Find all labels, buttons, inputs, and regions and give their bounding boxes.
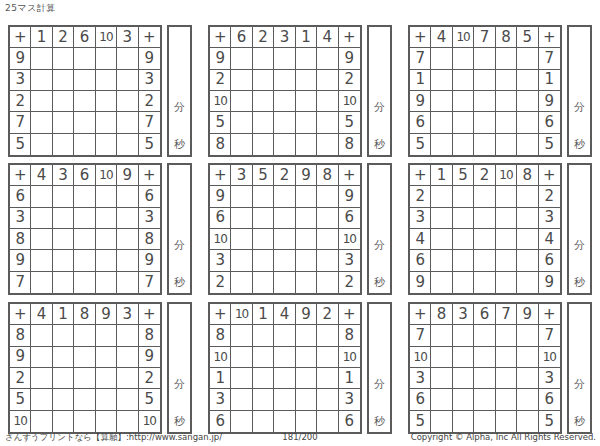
answer-cell bbox=[474, 134, 495, 155]
row-header-cell: 7 bbox=[410, 325, 431, 346]
answer-cell bbox=[253, 186, 274, 207]
answer-cell bbox=[253, 411, 274, 432]
timer-box-4: 分秒 bbox=[167, 163, 192, 295]
top-header-cell: 10 bbox=[496, 165, 517, 186]
answer-cell bbox=[74, 112, 95, 133]
timer-minutes-label: 分 bbox=[369, 238, 390, 253]
answer-cell bbox=[96, 208, 117, 229]
row-header-right-cell: 6 bbox=[539, 389, 560, 410]
calc-grid-1: +126103+9933227755 bbox=[8, 25, 162, 157]
answer-cell bbox=[453, 91, 474, 112]
calc-block-1: +126103+9933227755分秒 bbox=[8, 25, 192, 157]
answer-cell bbox=[517, 250, 538, 271]
row-header-right-cell: 7 bbox=[139, 272, 160, 293]
row-header-right-cell: 10 bbox=[339, 91, 360, 112]
top-header-cell: 2 bbox=[474, 165, 495, 186]
row-header-cell: 2 bbox=[10, 368, 31, 389]
answer-cell bbox=[53, 70, 74, 91]
answer-cell bbox=[474, 48, 495, 69]
answer-cell bbox=[31, 272, 52, 293]
answer-cell bbox=[253, 208, 274, 229]
answer-cell bbox=[53, 411, 74, 432]
answer-cell bbox=[96, 91, 117, 112]
answer-cell bbox=[474, 347, 495, 368]
top-header-cell: 9 bbox=[296, 165, 317, 186]
answer-cell bbox=[517, 91, 538, 112]
calc-block-3: +410785+7711996655分秒 bbox=[408, 25, 592, 157]
answer-cell bbox=[53, 272, 74, 293]
row-header-cell: 2 bbox=[210, 272, 231, 293]
top-header-cell: 5 bbox=[453, 165, 474, 186]
row-header-cell: 2 bbox=[410, 186, 431, 207]
answer-cell bbox=[474, 411, 495, 432]
answer-cell bbox=[453, 229, 474, 250]
answer-cell bbox=[74, 368, 95, 389]
answer-cell bbox=[253, 368, 274, 389]
row-header-cell: 8 bbox=[10, 325, 31, 346]
answer-cell bbox=[474, 250, 495, 271]
answer-cell bbox=[117, 48, 138, 69]
top-header-cell: 7 bbox=[474, 27, 495, 48]
answer-cell bbox=[274, 48, 295, 69]
answer-cell bbox=[431, 325, 452, 346]
row-header-right-cell: 5 bbox=[139, 389, 160, 410]
answer-cell bbox=[74, 347, 95, 368]
top-header-cell: 1 bbox=[431, 165, 452, 186]
answer-cell bbox=[453, 411, 474, 432]
top-header-cell: 2 bbox=[274, 165, 295, 186]
answer-cell bbox=[74, 208, 95, 229]
answer-cell bbox=[431, 389, 452, 410]
row-header-right-cell: 7 bbox=[539, 325, 560, 346]
answer-cell bbox=[74, 91, 95, 112]
answer-cell bbox=[96, 134, 117, 155]
top-header-cell: 5 bbox=[253, 165, 274, 186]
answer-cell bbox=[231, 91, 252, 112]
top-header-cell: 2 bbox=[53, 27, 74, 48]
answer-cell bbox=[274, 91, 295, 112]
answer-cell bbox=[231, 250, 252, 271]
answer-cell bbox=[474, 325, 495, 346]
operator-cell: + bbox=[410, 304, 431, 325]
footer-copyright: Copyright © Alpha, Inc All Rights Reserv… bbox=[411, 432, 596, 442]
answer-cell bbox=[96, 389, 117, 410]
timer-seconds-label: 秒 bbox=[569, 414, 590, 429]
answer-cell bbox=[231, 389, 252, 410]
calc-grid-4: +436109+6633889977 bbox=[8, 163, 162, 295]
answer-cell bbox=[274, 229, 295, 250]
row-header-cell: 2 bbox=[10, 91, 31, 112]
row-header-right-cell: 2 bbox=[139, 91, 160, 112]
answer-cell bbox=[274, 250, 295, 271]
answer-cell bbox=[317, 208, 338, 229]
timer-minutes-label: 分 bbox=[569, 377, 590, 392]
row-header-right-cell: 9 bbox=[339, 186, 360, 207]
answer-cell bbox=[31, 112, 52, 133]
answer-cell bbox=[296, 134, 317, 155]
answer-cell bbox=[431, 112, 452, 133]
calc-grid-2: +62314+992210105588 bbox=[208, 25, 362, 157]
row-header-right-cell: 6 bbox=[539, 250, 560, 271]
answer-cell bbox=[496, 112, 517, 133]
top-header-cell: 5 bbox=[517, 27, 538, 48]
calc-grid-7: +41893+889922551010 bbox=[8, 302, 162, 434]
row-header-right-cell: 8 bbox=[339, 134, 360, 155]
answer-cell bbox=[53, 347, 74, 368]
row-header-cell: 6 bbox=[10, 186, 31, 207]
answer-cell bbox=[253, 389, 274, 410]
row-header-cell: 6 bbox=[210, 411, 231, 432]
row-header-right-cell: 10 bbox=[139, 411, 160, 432]
timer-seconds-label: 秒 bbox=[169, 137, 190, 152]
row-header-right-cell: 9 bbox=[539, 272, 560, 293]
answer-cell bbox=[274, 186, 295, 207]
top-header-cell: 6 bbox=[74, 27, 95, 48]
top-header-cell: 6 bbox=[474, 304, 495, 325]
answer-cell bbox=[496, 91, 517, 112]
top-header-cell: 4 bbox=[317, 27, 338, 48]
answer-cell bbox=[96, 411, 117, 432]
answer-cell bbox=[431, 411, 452, 432]
answer-cell bbox=[253, 325, 274, 346]
row-header-right-cell: 7 bbox=[139, 112, 160, 133]
answer-cell bbox=[453, 272, 474, 293]
answer-cell bbox=[296, 186, 317, 207]
top-header-cell: 1 bbox=[296, 27, 317, 48]
answer-cell bbox=[53, 208, 74, 229]
top-header-cell: 3 bbox=[53, 165, 74, 186]
answer-cell bbox=[431, 48, 452, 69]
answer-cell bbox=[474, 368, 495, 389]
answer-cell bbox=[274, 389, 295, 410]
operator-cell: + bbox=[139, 165, 160, 186]
timer-box-7: 分秒 bbox=[167, 302, 192, 434]
calc-grid-9: +83679+771010336655 bbox=[408, 302, 562, 434]
top-header-cell: 4 bbox=[431, 27, 452, 48]
top-header-cell: 8 bbox=[431, 304, 452, 325]
row-header-cell: 5 bbox=[210, 112, 231, 133]
answer-cell bbox=[496, 229, 517, 250]
answer-cell bbox=[231, 186, 252, 207]
answer-cell bbox=[496, 368, 517, 389]
answer-cell bbox=[31, 186, 52, 207]
timer-seconds-label: 秒 bbox=[369, 137, 390, 152]
calc-grid-5: +35298+996610103322 bbox=[208, 163, 362, 295]
answer-cell bbox=[74, 272, 95, 293]
answer-cell bbox=[317, 112, 338, 133]
answer-cell bbox=[431, 368, 452, 389]
answer-cell bbox=[296, 389, 317, 410]
timer-seconds-label: 秒 bbox=[569, 275, 590, 290]
answer-cell bbox=[253, 112, 274, 133]
answer-cell bbox=[231, 134, 252, 155]
row-header-cell: 9 bbox=[210, 186, 231, 207]
answer-cell bbox=[296, 272, 317, 293]
answer-cell bbox=[496, 411, 517, 432]
answer-cell bbox=[431, 208, 452, 229]
answer-cell bbox=[31, 91, 52, 112]
row-header-cell: 5 bbox=[410, 411, 431, 432]
top-header-cell: 7 bbox=[496, 304, 517, 325]
timer-box-5: 分秒 bbox=[367, 163, 392, 295]
row-header-right-cell: 5 bbox=[539, 411, 560, 432]
answer-cell bbox=[453, 325, 474, 346]
answer-cell bbox=[53, 250, 74, 271]
top-header-cell: 10 bbox=[96, 165, 117, 186]
answer-cell bbox=[274, 112, 295, 133]
answer-cell bbox=[317, 70, 338, 91]
answer-cell bbox=[274, 208, 295, 229]
answer-cell bbox=[231, 208, 252, 229]
row-header-cell: 6 bbox=[210, 208, 231, 229]
row-header-cell: 1 bbox=[410, 70, 431, 91]
top-header-cell: 8 bbox=[317, 165, 338, 186]
answer-cell bbox=[274, 134, 295, 155]
answer-cell bbox=[253, 347, 274, 368]
row-header-cell: 3 bbox=[10, 208, 31, 229]
answer-cell bbox=[274, 272, 295, 293]
row-header-cell: 7 bbox=[10, 272, 31, 293]
row-header-cell: 5 bbox=[10, 134, 31, 155]
row-header-right-cell: 5 bbox=[139, 134, 160, 155]
footer-site-credit: さんすうプリントなら【算願】:http://www.sangan.jp/ bbox=[5, 432, 222, 444]
answer-cell bbox=[517, 208, 538, 229]
row-header-right-cell: 3 bbox=[339, 389, 360, 410]
answer-cell bbox=[431, 134, 452, 155]
answer-cell bbox=[296, 347, 317, 368]
row-header-cell: 6 bbox=[410, 250, 431, 271]
row-header-right-cell: 3 bbox=[539, 208, 560, 229]
top-header-cell: 6 bbox=[74, 165, 95, 186]
row-header-cell: 7 bbox=[410, 48, 431, 69]
answer-cell bbox=[117, 229, 138, 250]
row-header-cell: 3 bbox=[10, 70, 31, 91]
answer-cell bbox=[296, 208, 317, 229]
timer-minutes-label: 分 bbox=[569, 238, 590, 253]
row-header-cell: 5 bbox=[410, 134, 431, 155]
operator-cell: + bbox=[210, 165, 231, 186]
answer-cell bbox=[517, 134, 538, 155]
top-header-cell: 4 bbox=[274, 304, 295, 325]
row-header-right-cell: 1 bbox=[539, 70, 560, 91]
answer-cell bbox=[274, 325, 295, 346]
row-header-cell: 8 bbox=[10, 229, 31, 250]
answer-cell bbox=[117, 368, 138, 389]
operator-cell: + bbox=[539, 27, 560, 48]
answer-cell bbox=[117, 272, 138, 293]
answer-cell bbox=[496, 325, 517, 346]
answer-cell bbox=[117, 411, 138, 432]
answer-cell bbox=[74, 389, 95, 410]
operator-cell: + bbox=[410, 165, 431, 186]
row-header-cell: 6 bbox=[410, 389, 431, 410]
top-header-cell: 9 bbox=[296, 304, 317, 325]
answer-cell bbox=[74, 134, 95, 155]
answer-cell bbox=[453, 70, 474, 91]
top-header-cell: 3 bbox=[453, 304, 474, 325]
timer-box-6: 分秒 bbox=[567, 163, 592, 295]
answer-cell bbox=[117, 250, 138, 271]
row-header-cell: 6 bbox=[410, 112, 431, 133]
row-header-right-cell: 2 bbox=[339, 272, 360, 293]
answer-cell bbox=[317, 250, 338, 271]
answer-cell bbox=[74, 250, 95, 271]
top-header-cell: 10 bbox=[231, 304, 252, 325]
timer-box-9: 分秒 bbox=[567, 302, 592, 434]
answer-cell bbox=[453, 250, 474, 271]
row-header-right-cell: 6 bbox=[339, 411, 360, 432]
timer-seconds-label: 秒 bbox=[569, 137, 590, 152]
row-header-right-cell: 10 bbox=[539, 347, 560, 368]
answer-cell bbox=[231, 347, 252, 368]
answer-cell bbox=[231, 229, 252, 250]
row-header-cell: 8 bbox=[210, 325, 231, 346]
row-header-right-cell: 9 bbox=[339, 48, 360, 69]
timer-box-1: 分秒 bbox=[167, 25, 192, 157]
answer-cell bbox=[31, 368, 52, 389]
top-header-cell: 8 bbox=[74, 304, 95, 325]
answer-cell bbox=[431, 347, 452, 368]
answer-cell bbox=[96, 250, 117, 271]
answer-cell bbox=[496, 272, 517, 293]
answer-cell bbox=[296, 411, 317, 432]
answer-cell bbox=[453, 389, 474, 410]
answer-cell bbox=[74, 186, 95, 207]
calc-block-4: +436109+6633889977分秒 bbox=[8, 163, 192, 295]
top-header-cell: 1 bbox=[53, 304, 74, 325]
answer-cell bbox=[96, 347, 117, 368]
top-header-cell: 8 bbox=[496, 27, 517, 48]
row-header-cell: 2 bbox=[210, 70, 231, 91]
answer-cell bbox=[453, 208, 474, 229]
answer-cell bbox=[496, 250, 517, 271]
calc-block-2: +62314+992210105588分秒 bbox=[208, 25, 392, 157]
row-header-right-cell: 8 bbox=[339, 325, 360, 346]
answer-cell bbox=[517, 347, 538, 368]
answer-cell bbox=[74, 48, 95, 69]
top-header-cell: 2 bbox=[253, 27, 274, 48]
answer-cell bbox=[474, 208, 495, 229]
timer-seconds-label: 秒 bbox=[369, 275, 390, 290]
answer-cell bbox=[474, 70, 495, 91]
answer-cell bbox=[96, 272, 117, 293]
answer-cell bbox=[53, 112, 74, 133]
answer-cell bbox=[453, 347, 474, 368]
timer-box-8: 分秒 bbox=[367, 302, 392, 434]
calc-block-8: +101492+881010113366分秒 bbox=[208, 302, 392, 434]
operator-cell: + bbox=[10, 304, 31, 325]
answer-cell bbox=[317, 186, 338, 207]
answer-cell bbox=[74, 325, 95, 346]
answer-cell bbox=[253, 70, 274, 91]
row-header-cell: 8 bbox=[210, 134, 231, 155]
answer-cell bbox=[317, 229, 338, 250]
answer-cell bbox=[253, 134, 274, 155]
row-header-cell: 9 bbox=[410, 272, 431, 293]
row-header-cell: 9 bbox=[410, 91, 431, 112]
answer-cell bbox=[431, 186, 452, 207]
row-header-cell: 1 bbox=[210, 368, 231, 389]
answer-cell bbox=[317, 325, 338, 346]
row-header-right-cell: 4 bbox=[539, 229, 560, 250]
answer-cell bbox=[474, 91, 495, 112]
answer-cell bbox=[253, 229, 274, 250]
row-header-cell: 10 bbox=[210, 91, 231, 112]
answer-cell bbox=[274, 368, 295, 389]
answer-cell bbox=[517, 411, 538, 432]
answer-cell bbox=[117, 347, 138, 368]
answer-cell bbox=[31, 48, 52, 69]
row-header-right-cell: 8 bbox=[139, 229, 160, 250]
answer-cell bbox=[117, 208, 138, 229]
row-header-cell: 10 bbox=[210, 347, 231, 368]
row-header-right-cell: 5 bbox=[539, 134, 560, 155]
answer-cell bbox=[496, 347, 517, 368]
answer-cell bbox=[31, 250, 52, 271]
answer-cell bbox=[96, 325, 117, 346]
answer-cell bbox=[231, 48, 252, 69]
row-header-right-cell: 6 bbox=[139, 186, 160, 207]
answer-cell bbox=[517, 368, 538, 389]
answer-cell bbox=[117, 325, 138, 346]
top-header-cell: 9 bbox=[117, 165, 138, 186]
answer-cell bbox=[317, 272, 338, 293]
answer-cell bbox=[474, 112, 495, 133]
operator-cell: + bbox=[210, 304, 231, 325]
row-header-right-cell: 2 bbox=[139, 368, 160, 389]
calc-grid-3: +410785+7711996655 bbox=[408, 25, 562, 157]
timer-minutes-label: 分 bbox=[169, 100, 190, 115]
operator-cell: + bbox=[339, 27, 360, 48]
answer-cell bbox=[453, 368, 474, 389]
top-header-cell: 10 bbox=[453, 27, 474, 48]
answer-cell bbox=[253, 91, 274, 112]
answer-cell bbox=[517, 48, 538, 69]
top-header-cell: 2 bbox=[317, 304, 338, 325]
operator-cell: + bbox=[339, 304, 360, 325]
calc-block-6: +152108+2233446699分秒 bbox=[408, 163, 592, 295]
answer-cell bbox=[53, 91, 74, 112]
answer-cell bbox=[231, 70, 252, 91]
answer-cell bbox=[296, 70, 317, 91]
answer-cell bbox=[253, 48, 274, 69]
answer-cell bbox=[31, 208, 52, 229]
top-header-cell: 4 bbox=[31, 304, 52, 325]
operator-cell: + bbox=[139, 304, 160, 325]
timer-seconds-label: 秒 bbox=[169, 414, 190, 429]
answer-cell bbox=[74, 229, 95, 250]
answer-cell bbox=[117, 91, 138, 112]
answer-cell bbox=[453, 48, 474, 69]
operator-cell: + bbox=[10, 165, 31, 186]
answer-cell bbox=[474, 272, 495, 293]
top-header-cell: 4 bbox=[31, 165, 52, 186]
answer-cell bbox=[117, 112, 138, 133]
answer-cell bbox=[31, 389, 52, 410]
timer-box-2: 分秒 bbox=[367, 25, 392, 157]
row-header-right-cell: 9 bbox=[139, 250, 160, 271]
answer-cell bbox=[117, 134, 138, 155]
answer-cell bbox=[96, 229, 117, 250]
answer-cell bbox=[317, 48, 338, 69]
top-header-cell: 6 bbox=[231, 27, 252, 48]
answer-cell bbox=[317, 411, 338, 432]
answer-cell bbox=[296, 48, 317, 69]
answer-cell bbox=[317, 134, 338, 155]
row-header-cell: 3 bbox=[210, 389, 231, 410]
footer: さんすうプリントなら【算願】:http://www.sangan.jp/ 181… bbox=[0, 432, 600, 446]
row-header-right-cell: 2 bbox=[539, 186, 560, 207]
